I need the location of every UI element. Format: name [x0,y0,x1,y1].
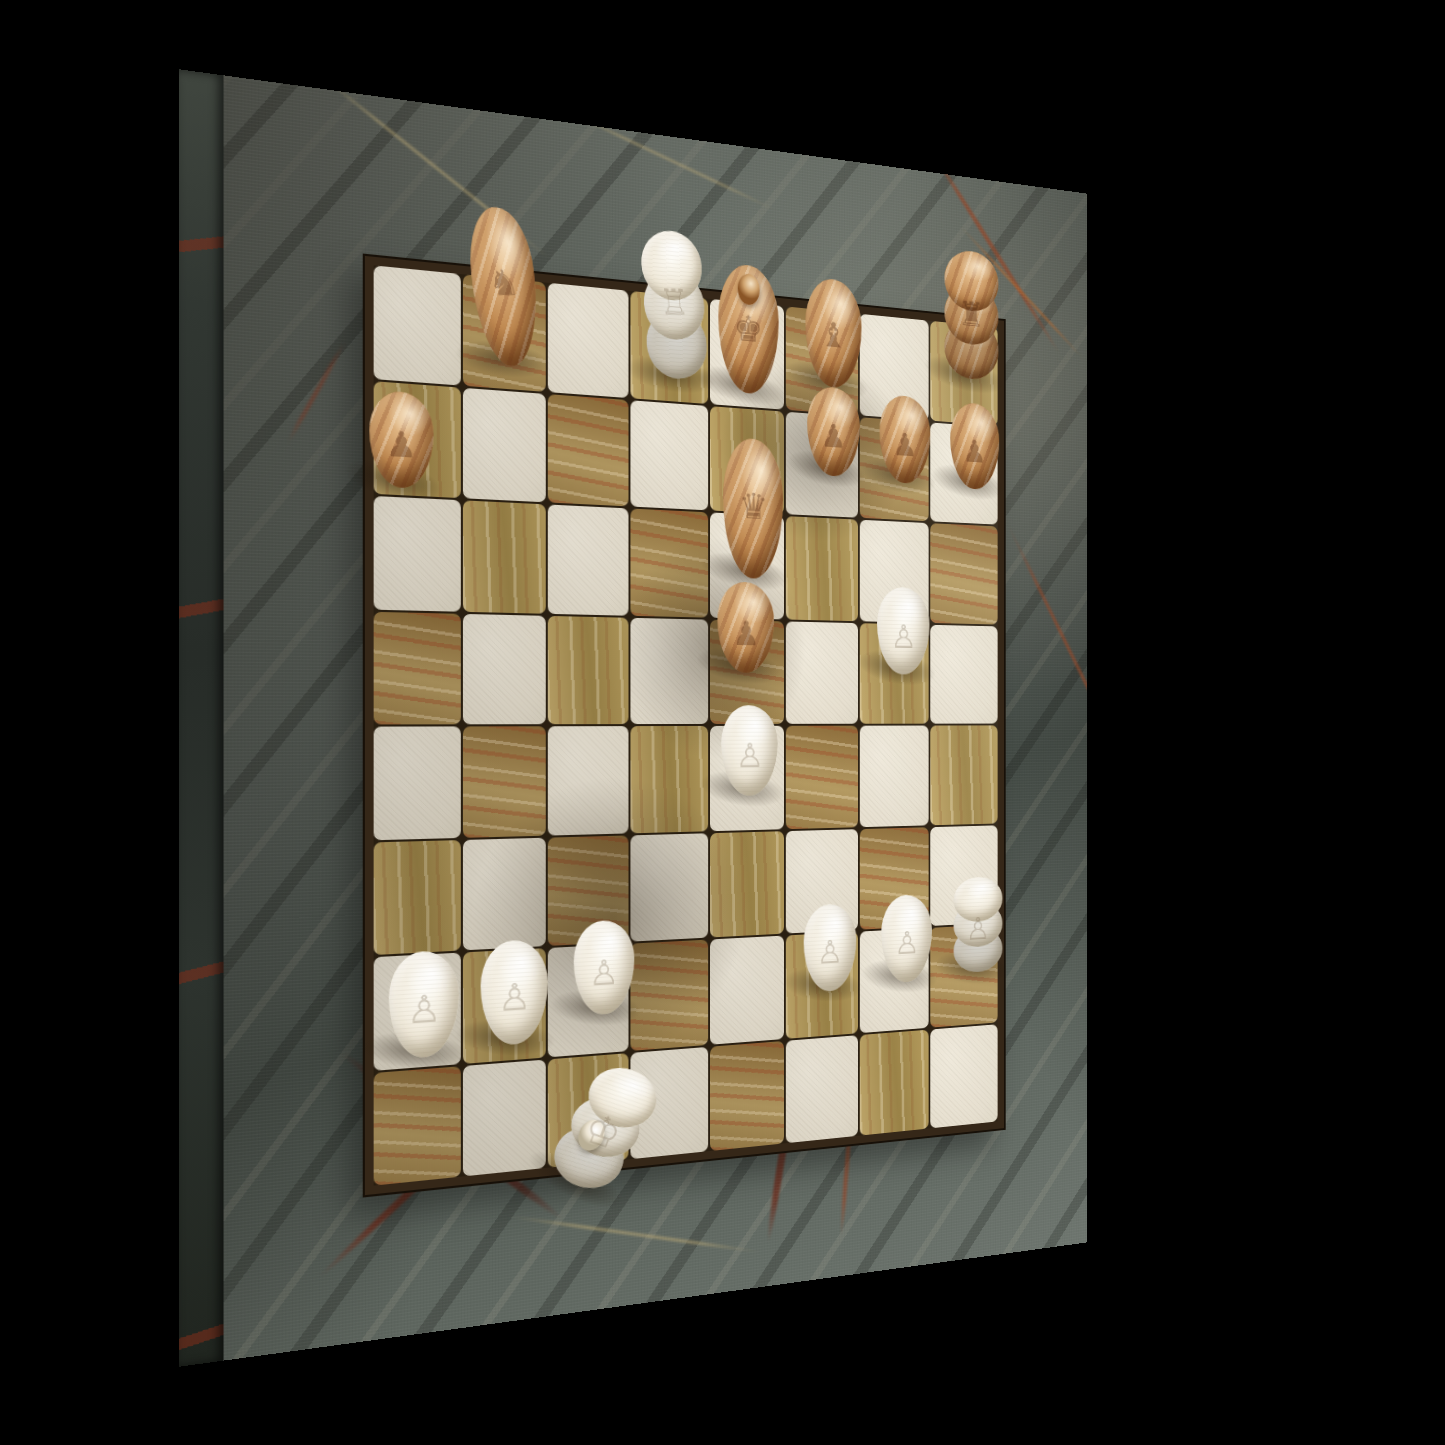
marble-vein [1006,523,1086,785]
piece-light-pawn-c2: ♙ [573,919,634,1016]
piece-light-rook-d8: ♖ [639,229,709,381]
piece-dark-pawn-h7: ♟ [950,402,999,491]
marble-vein [286,341,347,444]
piece-light-pawn-b2: ♙ [481,939,548,1047]
canvas-print: ♞♟♚♝♜♟♟♟♛♟♖♙♙♙♙♙♙♙♙♔ [179,69,1087,1366]
king-body [718,262,778,396]
piece-layer: ♞♟♚♝♜♟♟♟♛♟♖♙♙♙♙♙♙♙♙♔ [382,275,991,1176]
piece-light-pawn-h2: ♙ [953,876,1002,975]
piece-dark-pawn-g7: ♟ [879,394,930,485]
piece-dark-king-e8: ♚ [718,262,778,396]
piece-light-pawn-e4: ♙ [721,705,778,796]
piece-dark-rook-h8: ♜ [944,248,998,384]
rook-body [639,229,709,381]
piece-dark-pawn-f7: ♟ [807,385,860,477]
piece-light-pawn-g2: ♙ [882,893,933,983]
piece-dark-bishop-f8: ♝ [805,276,861,389]
canvas-side-edge [179,69,223,1366]
marble-vein [506,1215,763,1254]
piece-dark-pawn-a7: ♟ [369,389,433,489]
piece-dark-queen-e6: ♛ [723,436,783,579]
piece-light-pawn-g5: ♙ [877,587,929,675]
rook-body [944,248,998,384]
canvas-front-face: ♞♟♚♝♜♟♟♟♛♟♖♙♙♙♙♙♙♙♙♔ [224,75,1087,1360]
piece-light-pawn-a2: ♙ [389,949,459,1060]
pawn-body [953,876,1002,975]
marble-vein [563,108,778,212]
chess-board: ♞♟♚♝♜♟♟♟♛♟♖♙♙♙♙♙♙♙♙♔ [365,256,1004,1195]
product-photo-stage: ♞♟♚♝♜♟♟♟♛♟♖♙♙♙♙♙♙♙♙♔ [0,0,1445,1445]
piece-light-pawn-f2: ♙ [803,903,856,993]
piece-dark-pawn-e5: ♟ [718,582,775,674]
